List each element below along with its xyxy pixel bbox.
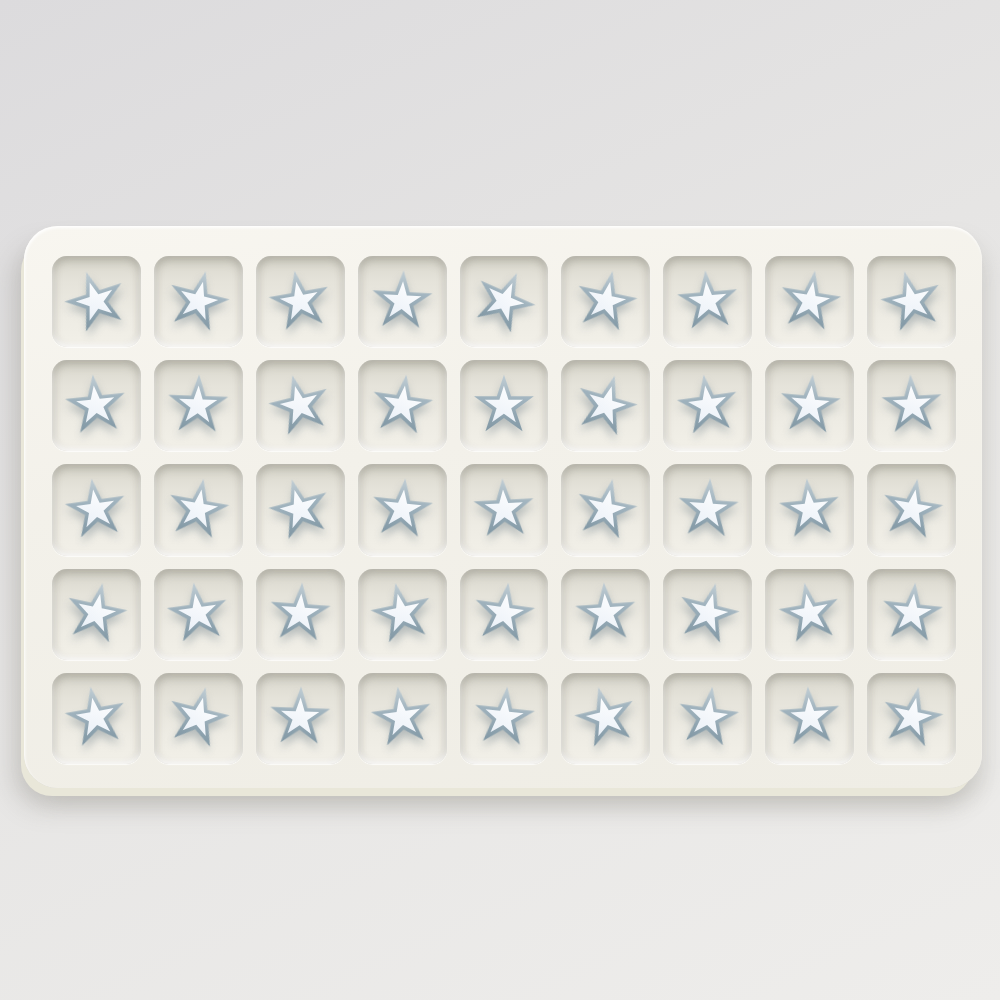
star-bead-r4c2[interactable]: ★★ bbox=[152, 568, 245, 661]
star-bead-r2c3[interactable]: ★★ bbox=[251, 356, 350, 455]
star-bead-r1c3[interactable]: ★★ bbox=[253, 254, 348, 349]
tray-compartment-r3c2: ★★ bbox=[154, 464, 243, 555]
tray-compartment-r2c6: ★★ bbox=[561, 360, 650, 451]
tray-compartment-r4c6: ★★ bbox=[561, 569, 650, 660]
star-bead-face: ★ bbox=[274, 272, 327, 329]
star-bead-face: ★ bbox=[684, 482, 732, 535]
star-bead-face: ★ bbox=[682, 376, 733, 432]
tray-compartment-r2c7: ★★ bbox=[663, 360, 752, 451]
star-bead-r3c9[interactable]: ★★ bbox=[864, 462, 959, 557]
tray-compartment-r2c1: ★★ bbox=[52, 360, 141, 451]
tray-compartment-r2c9: ★★ bbox=[867, 360, 956, 451]
star-bead-face: ★ bbox=[377, 481, 427, 535]
tray-compartment-r5c8: ★★ bbox=[765, 673, 854, 764]
star-bead-face: ★ bbox=[785, 690, 833, 743]
star-bead-r3c4[interactable]: ★★ bbox=[357, 465, 447, 555]
star-bead-face: ★ bbox=[682, 689, 733, 745]
tray-compartment-r5c4: ★★ bbox=[358, 673, 447, 764]
tray-compartment-r5c5: ★★ bbox=[460, 673, 549, 764]
star-bead-face: ★ bbox=[783, 584, 836, 641]
tray-compartment-r3c9: ★★ bbox=[867, 464, 956, 555]
star-bead-face: ★ bbox=[277, 691, 324, 743]
star-bead-r1c7[interactable]: ★★ bbox=[663, 257, 752, 346]
tray-compartment-r5c6: ★★ bbox=[561, 673, 650, 764]
star-bead-r5c5[interactable]: ★★ bbox=[459, 673, 549, 763]
star-bead-r4c8[interactable]: ★★ bbox=[762, 567, 857, 662]
star-bead-r5c2[interactable]: ★★ bbox=[149, 669, 248, 768]
tray-compartment-r3c5: ★★ bbox=[460, 464, 549, 555]
star-bead-r5c7[interactable]: ★★ bbox=[661, 672, 754, 765]
tray-compartment-r1c9: ★★ bbox=[867, 256, 956, 347]
star-bead-r2c9[interactable]: ★★ bbox=[868, 363, 954, 449]
tray-compartment-r1c8: ★★ bbox=[765, 256, 854, 347]
star-bead-r5c1[interactable]: ★★ bbox=[49, 671, 144, 766]
tray-grid: ★★★★★★★★★★★★★★★★★★★★★★★★★★★★★★★★★★★★★★★★… bbox=[52, 256, 956, 764]
star-bead-face: ★ bbox=[480, 482, 527, 534]
star-bead-r1c4[interactable]: ★★ bbox=[359, 259, 445, 345]
tray-compartment-r4c5: ★★ bbox=[460, 569, 549, 660]
tray-compartment-r1c4: ★★ bbox=[358, 256, 447, 347]
star-bead-r1c6[interactable]: ★★ bbox=[557, 253, 654, 350]
star-bead-r5c4[interactable]: ★★ bbox=[356, 672, 449, 765]
tray-compartment-r4c2: ★★ bbox=[154, 569, 243, 660]
bead-tray: ★★★★★★★★★★★★★★★★★★★★★★★★★★★★★★★★★★★★★★★★… bbox=[24, 226, 982, 788]
star-bead-face: ★ bbox=[172, 480, 225, 537]
star-bead-r4c4[interactable]: ★★ bbox=[353, 566, 450, 663]
star-bead-face: ★ bbox=[376, 689, 427, 745]
tray-compartment-r1c1: ★★ bbox=[52, 256, 141, 347]
star-bead-face: ★ bbox=[71, 377, 121, 431]
star-bead-r3c2[interactable]: ★★ bbox=[151, 462, 246, 557]
tray-compartment-r1c5: ★★ bbox=[460, 256, 549, 347]
star-bead-r4c7[interactable]: ★★ bbox=[658, 564, 757, 663]
star-bead-r2c6[interactable]: ★★ bbox=[555, 355, 656, 456]
tray-compartment-r2c5: ★★ bbox=[460, 360, 549, 451]
tray-compartment-r3c4: ★★ bbox=[358, 464, 447, 555]
tray-compartment-r3c8: ★★ bbox=[765, 464, 854, 555]
tray-compartment-r3c1: ★★ bbox=[52, 464, 141, 555]
tray-compartment-r2c4: ★★ bbox=[358, 360, 447, 451]
star-bead-r4c5[interactable]: ★★ bbox=[458, 568, 551, 661]
tray-compartment-r5c2: ★★ bbox=[154, 673, 243, 764]
tray-compartment-r5c3: ★★ bbox=[256, 673, 345, 764]
tray-compartment-r4c3: ★★ bbox=[256, 569, 345, 660]
tray-compartment-r3c6: ★★ bbox=[561, 464, 650, 555]
tray-compartment-r4c1: ★★ bbox=[52, 569, 141, 660]
star-bead-r5c6[interactable]: ★★ bbox=[556, 669, 655, 768]
star-bead-face: ★ bbox=[785, 377, 834, 431]
tray-compartment-r1c3: ★★ bbox=[256, 256, 345, 347]
tray-compartment-r5c9: ★★ bbox=[867, 673, 956, 764]
star-bead-r2c7[interactable]: ★★ bbox=[661, 359, 754, 452]
tray-compartment-r5c1: ★★ bbox=[52, 673, 141, 764]
star-bead-r3c1[interactable]: ★★ bbox=[50, 464, 143, 557]
tray-compartment-r1c6: ★★ bbox=[561, 256, 650, 347]
star-bead-face: ★ bbox=[70, 688, 123, 745]
star-bead-r3c5[interactable]: ★★ bbox=[461, 467, 547, 553]
star-bead-r2c1[interactable]: ★★ bbox=[51, 361, 141, 451]
star-bead-r1c8[interactable]: ★★ bbox=[763, 255, 857, 349]
star-bead-r1c5[interactable]: ★★ bbox=[450, 247, 558, 355]
star-bead-r4c6[interactable]: ★★ bbox=[562, 570, 650, 658]
tray-compartment-r1c7: ★★ bbox=[663, 256, 752, 347]
tray-compartment-r1c2: ★★ bbox=[154, 256, 243, 347]
tray-compartment-r4c8: ★★ bbox=[765, 569, 854, 660]
tray-compartment-r4c9: ★★ bbox=[867, 569, 956, 660]
tray-compartment-r3c7: ★★ bbox=[663, 464, 752, 555]
star-bead-r4c9[interactable]: ★★ bbox=[866, 569, 956, 659]
tray-compartment-r3c3: ★★ bbox=[256, 464, 345, 555]
star-bead-r5c3[interactable]: ★★ bbox=[258, 676, 343, 761]
star-bead-r2c8[interactable]: ★★ bbox=[765, 361, 854, 450]
star-bead-face: ★ bbox=[785, 481, 835, 535]
star-bead-r1c9[interactable]: ★★ bbox=[862, 252, 961, 351]
star-bead-r2c4[interactable]: ★★ bbox=[356, 359, 449, 452]
star-bead-face: ★ bbox=[479, 690, 529, 744]
tray-compartment-r2c2: ★★ bbox=[154, 360, 243, 451]
star-bead-face: ★ bbox=[482, 379, 527, 429]
tray-compartment-r2c8: ★★ bbox=[765, 360, 854, 451]
star-bead-face: ★ bbox=[888, 378, 935, 430]
star-bead-r5c8[interactable]: ★★ bbox=[766, 675, 854, 763]
star-bead-face: ★ bbox=[784, 272, 836, 328]
star-bead-r4c3[interactable]: ★★ bbox=[256, 570, 344, 658]
star-bead-face: ★ bbox=[172, 585, 223, 641]
tray-compartment-r5c7: ★★ bbox=[663, 673, 752, 764]
star-bead-face: ★ bbox=[479, 585, 530, 641]
star-bead-r1c1[interactable]: ★★ bbox=[45, 250, 148, 353]
star-bead-r5c9[interactable]: ★★ bbox=[863, 670, 960, 767]
star-bead-r3c8[interactable]: ★★ bbox=[765, 465, 855, 555]
star-bead-face: ★ bbox=[377, 376, 428, 432]
star-bead-r3c6[interactable]: ★★ bbox=[557, 461, 654, 558]
star-bead-r1c2[interactable]: ★★ bbox=[149, 252, 248, 351]
star-bead-r2c5[interactable]: ★★ bbox=[463, 365, 545, 447]
star-bead-r3c3[interactable]: ★★ bbox=[250, 460, 350, 560]
star-bead-face: ★ bbox=[276, 586, 324, 639]
star-bead-face: ★ bbox=[887, 585, 937, 639]
tray-compartment-r2c3: ★★ bbox=[256, 360, 345, 451]
star-bead-r2c2[interactable]: ★★ bbox=[156, 363, 241, 448]
star-bead-face: ★ bbox=[683, 273, 732, 327]
star-bead-face: ★ bbox=[175, 379, 222, 431]
star-bead-r3c7[interactable]: ★★ bbox=[664, 466, 752, 554]
photo-backdrop: ★★★★★★★★★★★★★★★★★★★★★★★★★★★★★★★★★★★★★★★★… bbox=[0, 0, 1000, 1000]
tray-compartment-r4c4: ★★ bbox=[358, 569, 447, 660]
star-bead-face: ★ bbox=[378, 274, 425, 326]
star-bead-face: ★ bbox=[582, 586, 630, 639]
tray-compartment-r4c7: ★★ bbox=[663, 569, 752, 660]
star-bead-face: ★ bbox=[885, 480, 938, 537]
star-bead-face: ★ bbox=[71, 481, 122, 537]
star-bead-r4c1[interactable]: ★★ bbox=[48, 566, 145, 663]
